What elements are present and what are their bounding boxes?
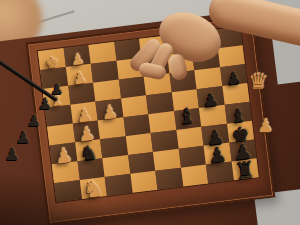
- square-f1[interactable]: [181, 165, 209, 187]
- piece-white-pawn[interactable]: ♟: [100, 103, 118, 123]
- piece-white-pawn[interactable]: ♟: [70, 52, 85, 69]
- square-e1[interactable]: [155, 168, 183, 190]
- captured-white-queen: ♛: [248, 71, 268, 93]
- piece-white-knight[interactable]: ♞: [82, 177, 105, 202]
- captured-black-pawn: ♟: [4, 146, 19, 163]
- captured-black-pawn: ♟: [15, 129, 30, 146]
- piece-white-pawn[interactable]: ♟: [53, 145, 73, 167]
- piece-black-pawn[interactable]: ♟: [207, 144, 228, 167]
- piece-black-pawn[interactable]: ♟: [202, 90, 220, 110]
- piece-black-rook[interactable]: ♜: [233, 158, 256, 183]
- photo-scene: ♚♟♟♝♟♟♟♟♟♝♝♟♞♟♚♟♟♞♜ ♟♟♟♟♟♛♟: [0, 0, 300, 225]
- piece-white-pawn[interactable]: ♟: [72, 70, 88, 88]
- piece-black-pawn[interactable]: ♟: [225, 69, 242, 88]
- piece-black-knight[interactable]: ♞: [79, 142, 99, 164]
- square-c1[interactable]: [105, 174, 133, 196]
- square-d1[interactable]: [130, 171, 158, 193]
- piece-white-king[interactable]: ♚: [45, 55, 60, 72]
- captured-black-pawn: ♟: [27, 113, 41, 129]
- piece-black-bishop-held[interactable]: ♝: [176, 104, 198, 127]
- square-a1[interactable]: [54, 180, 82, 202]
- captured-white-pawn: ♟: [257, 117, 273, 135]
